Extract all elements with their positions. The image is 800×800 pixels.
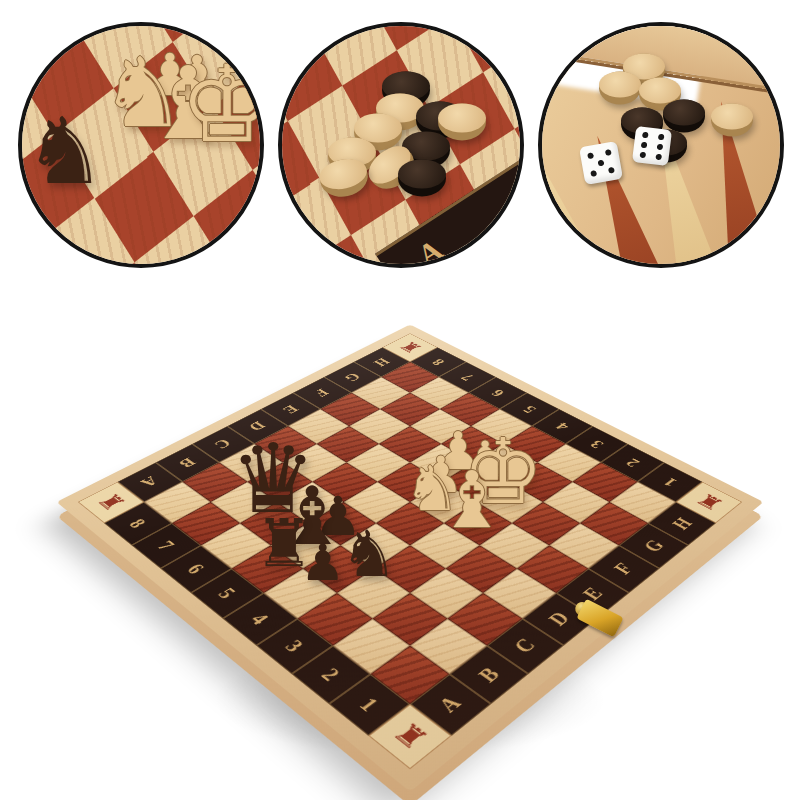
file-label: F [312, 387, 332, 398]
file-label: A [436, 693, 466, 716]
die-showing-5 [579, 141, 623, 185]
backgammon-items-layer [542, 26, 780, 264]
corner-rook-ornament: ♜ [386, 718, 433, 755]
file-label: E [280, 403, 301, 415]
corner-rook-ornament: ♜ [691, 490, 728, 513]
file-label: B [177, 456, 199, 469]
file-label: A [138, 475, 161, 490]
rank-label: 2 [623, 456, 642, 468]
file-label: C [212, 437, 234, 450]
file-label: G [640, 537, 667, 554]
file-label: D [247, 420, 269, 433]
rank-label: 1 [660, 475, 680, 488]
light-king: ♚ [179, 52, 264, 158]
corner-rook-ornament: ♜ [92, 490, 130, 513]
dark-knight: ♞ [24, 106, 106, 198]
rank-label: 4 [248, 610, 273, 627]
die-pip [655, 154, 662, 161]
rank-label: 8 [126, 516, 149, 530]
light-checker [438, 104, 486, 141]
die-pip [641, 142, 648, 149]
file-label: H [371, 356, 392, 367]
dark-checker [663, 100, 705, 133]
die-pip [642, 132, 649, 139]
die-showing-6 [632, 126, 672, 166]
rank-label: 4 [553, 421, 572, 432]
light-checker [711, 104, 753, 137]
rank-label: 8 [429, 357, 447, 366]
light-checker [599, 72, 641, 105]
rank-label: 7 [155, 538, 178, 552]
die-pip [640, 152, 647, 159]
rank-label: 2 [318, 665, 344, 684]
inset-checkers-closeup: A [278, 22, 524, 268]
file-label: G [342, 371, 364, 383]
file-label: H [669, 515, 695, 531]
rank-label: 6 [489, 388, 507, 398]
rank-label: 3 [587, 438, 606, 450]
chess-closeup-pieces-layer: ♟♟♞♝♚♞ [22, 26, 260, 264]
rank-label: 7 [458, 372, 476, 382]
file-label: C [511, 636, 540, 656]
file-label: B [475, 664, 503, 685]
rank-label: 3 [282, 637, 307, 655]
file-label: D [546, 609, 574, 628]
dark-checker [398, 160, 446, 197]
inset-chess-closeup: ♟♟♞♝♚♞ [18, 22, 264, 268]
die-pip [605, 149, 612, 156]
corner-rook-ornament: ♜ [394, 339, 425, 355]
product-photo: ♟♟♞♝♚♞ A ♜87654321♜HHGGFFEEDDCCBBAA♜8765… [0, 0, 800, 800]
die-pip [587, 152, 594, 159]
checkers-discs-layer [282, 26, 520, 264]
rank-label: 6 [184, 561, 208, 576]
rank-label: 5 [520, 404, 539, 415]
file-label: F [611, 560, 636, 576]
die-pip [657, 144, 664, 151]
rank-label: 5 [215, 585, 239, 601]
die-pip [658, 134, 665, 141]
die-pip [608, 167, 615, 174]
die-pip [598, 160, 605, 167]
die-pip [590, 170, 597, 177]
rank-label: 1 [356, 694, 382, 714]
inset-backgammon-closeup [538, 22, 784, 268]
